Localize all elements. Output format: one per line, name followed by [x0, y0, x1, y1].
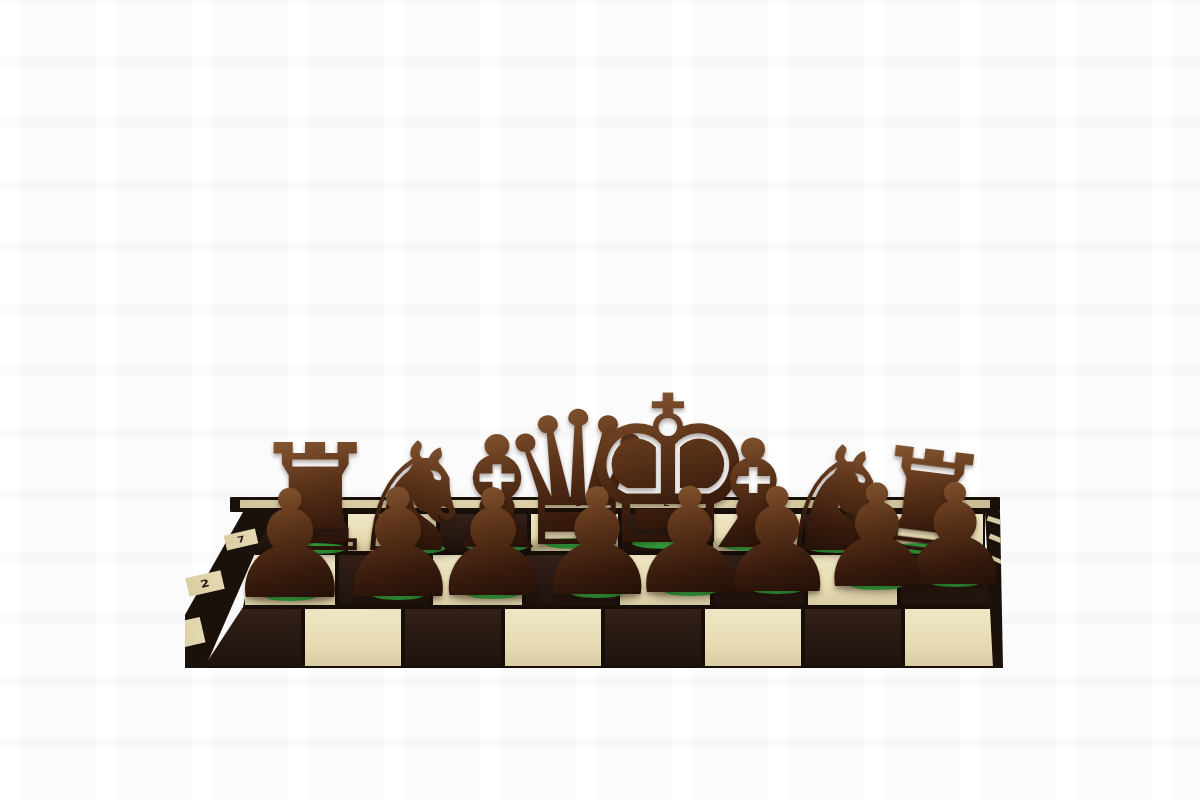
rank-number: 2	[199, 577, 210, 590]
piece-pawn-a: ♟	[223, 487, 357, 604]
photo-background: ABCDEFGH 72 ♜♞♝♛♚♝♞♜♟♟♟♟♟♟♟♟	[0, 0, 1200, 800]
product-photo: ABCDEFGH 72 ♜♞♝♛♚♝♞♜♟♟♟♟♟♟♟♟	[185, 370, 1003, 668]
